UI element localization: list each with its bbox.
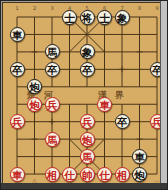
- piece-red-兵[interactable]: 兵: [80, 114, 95, 129]
- piece-red-炮[interactable]: 炮: [27, 97, 42, 112]
- piece-red-車[interactable]: 車: [97, 97, 112, 112]
- piece-black-卒[interactable]: 卒: [115, 114, 130, 129]
- piece-black-卒[interactable]: 卒: [80, 62, 95, 77]
- piece-black-士[interactable]: 士: [62, 10, 77, 25]
- piece-black-車[interactable]: 車: [10, 27, 25, 42]
- piece-black-士[interactable]: 士: [97, 10, 112, 25]
- piece-red-仕[interactable]: 仕: [97, 167, 112, 182]
- piece-red-馬[interactable]: 馬: [45, 132, 60, 147]
- file-label-top: 3: [50, 6, 53, 11]
- piece-red-相[interactable]: 相: [45, 167, 60, 182]
- piece-black-卒[interactable]: 卒: [10, 62, 25, 77]
- piece-black-車[interactable]: 車: [132, 149, 147, 164]
- window-right-gutter: [160, 1, 167, 190]
- file-label-top: 8: [138, 6, 141, 11]
- piece-red-帥[interactable]: 帥: [80, 167, 95, 182]
- file-label-top: 2: [33, 6, 36, 11]
- xiangqi-app-window: 123456789 九八七六五四三二一 楚河 漢界 士将士象車馬象卒卒卒卒炮卒車…: [0, 0, 168, 190]
- piece-black-卒[interactable]: 卒: [45, 62, 60, 77]
- piece-red-兵[interactable]: 兵: [45, 97, 60, 112]
- piece-black-将[interactable]: 将: [80, 10, 95, 25]
- piece-black-炮[interactable]: 炮: [27, 79, 42, 94]
- piece-black-象[interactable]: 象: [80, 44, 95, 59]
- piece-red-相[interactable]: 相: [115, 167, 130, 182]
- piece-black-象[interactable]: 象: [115, 10, 130, 25]
- file-label-top: 1: [15, 6, 18, 11]
- piece-red-車[interactable]: 車: [10, 167, 25, 182]
- window-status-bar: [1, 183, 168, 189]
- piece-red-兵[interactable]: 兵: [10, 114, 25, 129]
- piece-red-馬[interactable]: 馬: [80, 149, 95, 164]
- file-label-top: 9: [155, 6, 158, 11]
- piece-black-馬[interactable]: 馬: [45, 44, 60, 59]
- piece-black-炮[interactable]: 炮: [132, 167, 147, 182]
- xiangqi-board: 123456789 九八七六五四三二一 楚河 漢界 士将士象車馬象卒卒卒卒炮卒車…: [2, 2, 162, 185]
- piece-red-炮[interactable]: 炮: [80, 132, 95, 147]
- piece-red-仕[interactable]: 仕: [62, 167, 77, 182]
